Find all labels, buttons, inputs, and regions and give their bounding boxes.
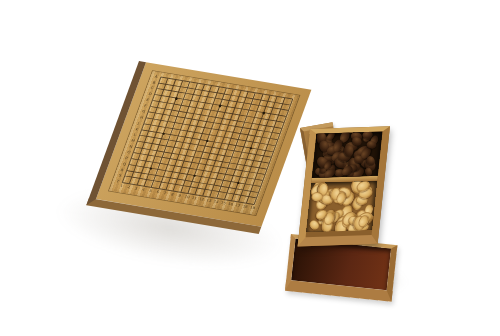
coord-label-left: G <box>142 110 146 114</box>
coord-label-left: R <box>120 168 124 172</box>
coord-label-bottom: 14 <box>213 200 219 204</box>
coord-label-left: J <box>137 121 139 125</box>
product-photo-go-set: 12345678910111213141516171819ABCDEFGHJKL… <box>0 0 500 336</box>
coord-label-bottom: 19 <box>249 206 255 210</box>
coord-label-bottom: 8 <box>171 193 175 197</box>
coord-label-left: B <box>152 81 156 85</box>
coord-label-bottom: 5 <box>149 189 153 193</box>
coord-label-bottom: 12 <box>198 197 204 201</box>
coord-label-bottom: 13 <box>206 198 212 202</box>
coord-label-left: F <box>144 104 147 108</box>
coord-label-bottom: 6 <box>156 190 160 194</box>
coord-label-bottom: 18 <box>242 205 248 209</box>
coord-label-left: H <box>139 116 143 120</box>
coord-label-left: E <box>146 98 150 102</box>
coord-label-left: A <box>154 75 158 79</box>
coord-label-left: T <box>116 180 120 184</box>
coord-label-left: M <box>131 139 136 143</box>
coord-label-bottom: 2 <box>127 185 131 189</box>
light-stones-compartment <box>306 181 377 233</box>
coord-label-bottom: 15 <box>220 201 226 205</box>
coord-label-left: S <box>118 174 122 178</box>
board-grid: 12345678910111213141516171819ABCDEFGHJKL… <box>122 77 293 205</box>
coord-label-left: N <box>129 145 133 149</box>
dark-stones-compartment <box>312 131 383 177</box>
coord-label-bottom: 11 <box>191 196 197 200</box>
stone-tray <box>298 126 390 246</box>
coord-label-bottom: 10 <box>184 195 190 199</box>
coord-label-left: O <box>127 150 131 154</box>
coord-label-left: K <box>135 127 139 131</box>
coord-label-left: P <box>124 156 128 160</box>
coord-label-bottom: 16 <box>228 202 234 206</box>
coord-label-left: C <box>150 86 154 90</box>
coord-label-bottom: 1 <box>120 184 124 188</box>
coord-label-bottom: 4 <box>141 188 145 192</box>
board-face: 12345678910111213141516171819ABCDEFGHJKL… <box>109 71 299 215</box>
board-cell <box>247 197 256 204</box>
coord-label-bottom: 9 <box>178 194 182 198</box>
coord-label-bottom: 7 <box>163 191 167 195</box>
coord-label-left: L <box>133 133 136 137</box>
coord-label-bottom: 3 <box>134 187 138 191</box>
coord-label-left: D <box>148 92 152 96</box>
coord-label-bottom: 17 <box>235 203 241 207</box>
coord-label-left: Q <box>122 162 126 166</box>
